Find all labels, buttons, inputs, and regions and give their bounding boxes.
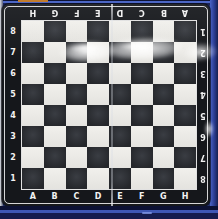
board-frame: HGFEDCBA ABCDEFGH 87654321 12345678 [2, 4, 210, 206]
rank-label-left-8: 8 [5, 21, 21, 42]
square-g4[interactable] [153, 105, 175, 126]
case-edge-bottom [0, 206, 218, 219]
file-label-top-g: G [44, 6, 66, 19]
square-d7[interactable] [87, 42, 109, 63]
file-label-top-a: A [174, 6, 196, 19]
square-b4[interactable] [44, 105, 66, 126]
square-h4[interactable] [174, 105, 196, 126]
square-d8[interactable] [87, 21, 109, 42]
square-c4[interactable] [66, 105, 88, 126]
file-label-bottom-h: H [174, 190, 196, 204]
square-c5[interactable] [66, 84, 88, 105]
square-c2[interactable] [66, 147, 88, 168]
square-f6[interactable] [131, 63, 153, 84]
square-a7[interactable] [22, 42, 44, 63]
square-f5[interactable] [131, 84, 153, 105]
file-labels-top: HGFEDCBA [22, 6, 196, 19]
square-h5[interactable] [174, 84, 196, 105]
rank-label-right-2: 2 [197, 42, 209, 63]
rank-label-right-3: 3 [197, 63, 209, 84]
rank-label-left-7: 7 [5, 42, 21, 63]
square-d6[interactable] [87, 63, 109, 84]
square-g8[interactable] [153, 21, 175, 42]
square-c1[interactable] [66, 168, 88, 189]
chessboard-photo: HGFEDCBA ABCDEFGH 87654321 12345678 [0, 0, 218, 219]
case-edge-hinge-mark [142, 212, 152, 214]
square-h8[interactable] [174, 21, 196, 42]
square-a3[interactable] [22, 126, 44, 147]
square-a2[interactable] [22, 147, 44, 168]
file-label-top-b: B [153, 6, 175, 19]
file-label-bottom-f: F [131, 190, 153, 204]
file-label-bottom-d: D [87, 190, 109, 204]
square-f4[interactable] [131, 105, 153, 126]
rank-label-left-2: 2 [5, 147, 21, 168]
square-d1[interactable] [87, 168, 109, 189]
square-b6[interactable] [44, 63, 66, 84]
square-g3[interactable] [153, 126, 175, 147]
square-a6[interactable] [22, 63, 44, 84]
square-f8[interactable] [131, 21, 153, 42]
square-b2[interactable] [44, 147, 66, 168]
square-f2[interactable] [131, 147, 153, 168]
file-label-top-h: H [22, 6, 44, 19]
file-label-top-e: E [87, 6, 109, 19]
case-edge-right [210, 0, 218, 219]
square-f1[interactable] [131, 168, 153, 189]
square-d2[interactable] [87, 147, 109, 168]
square-g7[interactable] [153, 42, 175, 63]
rank-label-left-1: 1 [5, 168, 21, 189]
board-grid [22, 21, 196, 189]
square-f3[interactable] [131, 126, 153, 147]
square-h2[interactable] [174, 147, 196, 168]
square-d4[interactable] [87, 105, 109, 126]
square-c8[interactable] [66, 21, 88, 42]
square-c7[interactable] [66, 42, 88, 63]
rank-label-left-4: 4 [5, 105, 21, 126]
square-a4[interactable] [22, 105, 44, 126]
square-d3[interactable] [87, 126, 109, 147]
rank-label-left-3: 3 [5, 126, 21, 147]
square-f7[interactable] [131, 42, 153, 63]
square-a5[interactable] [22, 84, 44, 105]
file-label-bottom-a: A [22, 190, 44, 204]
square-g1[interactable] [153, 168, 175, 189]
square-c3[interactable] [66, 126, 88, 147]
square-d5[interactable] [87, 84, 109, 105]
rank-label-right-5: 5 [197, 105, 209, 126]
case-accent-strip [18, 0, 48, 2]
square-g2[interactable] [153, 147, 175, 168]
square-h7[interactable] [174, 42, 196, 63]
square-a8[interactable] [22, 21, 44, 42]
fold-seam [111, 4, 113, 206]
square-b1[interactable] [44, 168, 66, 189]
square-c6[interactable] [66, 63, 88, 84]
square-b7[interactable] [44, 42, 66, 63]
file-label-top-c: C [131, 6, 153, 19]
square-b3[interactable] [44, 126, 66, 147]
rank-label-right-4: 4 [197, 84, 209, 105]
square-h6[interactable] [174, 63, 196, 84]
square-h3[interactable] [174, 126, 196, 147]
file-label-bottom-g: G [153, 190, 175, 204]
rank-label-right-8: 8 [197, 168, 209, 189]
file-label-bottom-c: C [66, 190, 88, 204]
rank-labels-right: 12345678 [197, 21, 209, 189]
rank-label-left-6: 6 [5, 63, 21, 84]
square-h1[interactable] [174, 168, 196, 189]
square-a1[interactable] [22, 168, 44, 189]
rank-labels-left: 87654321 [5, 21, 21, 189]
rank-label-right-7: 7 [197, 147, 209, 168]
rank-label-left-5: 5 [5, 84, 21, 105]
square-g5[interactable] [153, 84, 175, 105]
file-labels-bottom: ABCDEFGH [22, 190, 196, 204]
rank-label-right-6: 6 [197, 126, 209, 147]
rank-label-right-1: 1 [197, 21, 209, 42]
square-g6[interactable] [153, 63, 175, 84]
file-label-top-f: F [66, 6, 88, 19]
square-b8[interactable] [44, 21, 66, 42]
file-label-bottom-b: B [44, 190, 66, 204]
square-b5[interactable] [44, 84, 66, 105]
